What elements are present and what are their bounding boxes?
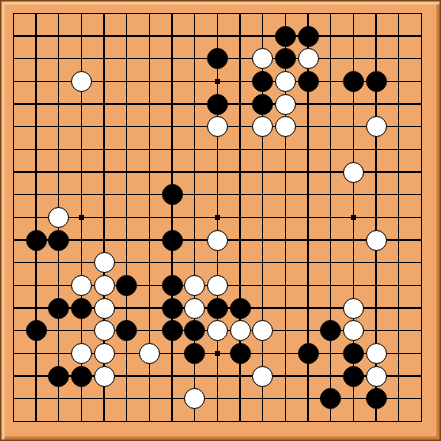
- white-stone: [275, 71, 296, 92]
- black-stone: [298, 71, 319, 92]
- white-stone: [298, 48, 319, 69]
- black-stone: [162, 298, 183, 319]
- grid-line-vertical: [126, 13, 128, 423]
- black-stone: [207, 298, 228, 319]
- grid-line-horizontal: [13, 35, 423, 37]
- white-stone: [207, 275, 228, 296]
- black-stone: [26, 230, 47, 251]
- grid-line-horizontal: [13, 262, 423, 264]
- black-stone: [275, 26, 296, 47]
- white-stone: [71, 343, 92, 364]
- black-stone: [207, 48, 228, 69]
- white-stone: [207, 230, 228, 251]
- white-stone: [207, 116, 228, 137]
- black-stone: [366, 71, 387, 92]
- black-stone: [184, 320, 205, 341]
- star-point: [215, 79, 220, 84]
- white-stone: [343, 162, 364, 183]
- white-stone: [366, 230, 387, 251]
- white-stone: [207, 320, 228, 341]
- grid-line-vertical: [398, 13, 400, 423]
- white-stone: [275, 116, 296, 137]
- star-point: [79, 215, 84, 220]
- black-stone: [230, 298, 251, 319]
- grid-line-vertical: [421, 13, 423, 423]
- grid-line-vertical: [35, 13, 37, 423]
- black-stone: [366, 388, 387, 409]
- grid-line-vertical: [171, 13, 173, 423]
- white-stone: [71, 275, 92, 296]
- white-stone: [343, 320, 364, 341]
- white-stone: [94, 298, 115, 319]
- white-stone: [94, 275, 115, 296]
- black-stone: [162, 230, 183, 251]
- black-stone: [320, 320, 341, 341]
- black-stone: [275, 48, 296, 69]
- black-stone: [162, 320, 183, 341]
- black-stone: [343, 343, 364, 364]
- white-stone: [252, 48, 273, 69]
- black-stone: [252, 94, 273, 115]
- black-stone: [48, 366, 69, 387]
- grid-line-vertical: [217, 13, 219, 423]
- white-stone: [94, 320, 115, 341]
- black-stone: [207, 94, 228, 115]
- black-stone: [320, 388, 341, 409]
- white-stone: [94, 343, 115, 364]
- black-stone: [230, 343, 251, 364]
- white-stone: [252, 366, 273, 387]
- white-stone: [139, 343, 160, 364]
- black-stone: [343, 366, 364, 387]
- white-stone: [366, 366, 387, 387]
- white-stone: [184, 298, 205, 319]
- grid-line-horizontal: [13, 421, 423, 423]
- white-stone: [366, 116, 387, 137]
- white-stone: [230, 320, 251, 341]
- grid-line-horizontal: [13, 13, 423, 15]
- white-stone: [252, 320, 273, 341]
- star-point: [215, 351, 220, 356]
- white-stone: [275, 94, 296, 115]
- white-stone: [48, 207, 69, 228]
- white-stone: [94, 366, 115, 387]
- black-stone: [252, 71, 273, 92]
- go-board[interactable]: [0, 0, 441, 441]
- grid-line-horizontal: [13, 194, 423, 196]
- grid-line-vertical: [330, 13, 332, 423]
- white-stone: [252, 116, 273, 137]
- white-stone: [366, 343, 387, 364]
- white-stone: [71, 71, 92, 92]
- black-stone: [162, 275, 183, 296]
- black-stone: [116, 275, 137, 296]
- black-stone: [116, 320, 137, 341]
- star-point: [215, 215, 220, 220]
- white-stone: [184, 275, 205, 296]
- grid-line-vertical: [13, 13, 15, 423]
- black-stone: [48, 230, 69, 251]
- black-stone: [26, 320, 47, 341]
- star-point: [351, 215, 356, 220]
- grid-line-horizontal: [13, 149, 423, 151]
- white-stone: [343, 298, 364, 319]
- white-stone: [184, 388, 205, 409]
- black-stone: [184, 343, 205, 364]
- white-stone: [94, 252, 115, 273]
- black-stone: [162, 184, 183, 205]
- black-stone: [71, 366, 92, 387]
- black-stone: [71, 298, 92, 319]
- black-stone: [343, 71, 364, 92]
- grid-line-horizontal: [13, 217, 423, 219]
- black-stone: [298, 26, 319, 47]
- grid-line-horizontal: [13, 398, 423, 400]
- black-stone: [298, 343, 319, 364]
- black-stone: [48, 298, 69, 319]
